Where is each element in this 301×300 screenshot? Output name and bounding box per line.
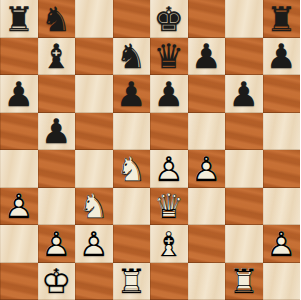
black-knight-icon[interactable]: ♞	[38, 0, 76, 38]
piece-fill-glyph: ♚	[150, 0, 188, 38]
square-d4[interactable]: ♞♘	[113, 150, 151, 188]
square-a5[interactable]	[0, 113, 38, 151]
square-g6[interactable]: ♟	[225, 75, 263, 113]
black-bishop-icon[interactable]: ♝	[38, 38, 76, 76]
square-e5[interactable]	[150, 113, 188, 151]
square-d7[interactable]: ♞	[113, 38, 151, 76]
square-a6[interactable]: ♟	[0, 75, 38, 113]
square-c8[interactable]	[75, 0, 113, 38]
square-g3[interactable]	[225, 188, 263, 226]
square-b4[interactable]	[38, 150, 76, 188]
piece-outline-glyph: ♗	[150, 225, 188, 263]
square-c6[interactable]	[75, 75, 113, 113]
black-pawn-icon[interactable]: ♟	[225, 75, 263, 113]
square-h8[interactable]: ♜	[263, 0, 301, 38]
square-e2[interactable]: ♝♗	[150, 225, 188, 263]
piece-fill-glyph: ♞	[113, 38, 151, 76]
chess-board: ♜♞♚♜♝♞♛♟♟♟♟♟♟♟♞♘♟♙♟♙♟♙♞♘♛♕♟♙♟♙♝♗♟♙♚♔♜♖♜♖	[0, 0, 300, 300]
square-g1[interactable]: ♜♖	[225, 263, 263, 300]
piece-fill-glyph: ♟	[225, 75, 263, 113]
square-f2[interactable]	[188, 225, 226, 263]
square-b2[interactable]: ♟♙	[38, 225, 76, 263]
square-c7[interactable]	[75, 38, 113, 76]
piece-outline-glyph: ♙	[75, 225, 113, 263]
piece-fill-glyph: ♛	[150, 38, 188, 76]
square-d1[interactable]: ♜♖	[113, 263, 151, 300]
square-d8[interactable]	[113, 0, 151, 38]
square-a3[interactable]: ♟♙	[0, 188, 38, 226]
square-c5[interactable]	[75, 113, 113, 151]
square-e6[interactable]: ♟	[150, 75, 188, 113]
white-pawn-icon[interactable]: ♟♙	[0, 188, 38, 226]
square-a1[interactable]	[0, 263, 38, 300]
piece-fill-glyph: ♟	[150, 75, 188, 113]
square-e8[interactable]: ♚	[150, 0, 188, 38]
white-king-icon[interactable]: ♚♔	[38, 263, 76, 300]
square-f7[interactable]: ♟	[188, 38, 226, 76]
square-h2[interactable]: ♟♙	[263, 225, 301, 263]
piece-fill-glyph: ♟	[188, 38, 226, 76]
square-h5[interactable]	[263, 113, 301, 151]
square-e1[interactable]	[150, 263, 188, 300]
piece-fill-glyph: ♟	[263, 38, 301, 76]
square-d6[interactable]: ♟	[113, 75, 151, 113]
square-b5[interactable]: ♟	[38, 113, 76, 151]
square-a4[interactable]	[0, 150, 38, 188]
square-g8[interactable]	[225, 0, 263, 38]
black-pawn-icon[interactable]: ♟	[188, 38, 226, 76]
square-f8[interactable]	[188, 0, 226, 38]
piece-outline-glyph: ♙	[38, 225, 76, 263]
piece-outline-glyph: ♙	[150, 150, 188, 188]
piece-outline-glyph: ♕	[150, 188, 188, 226]
piece-outline-glyph: ♙	[263, 225, 301, 263]
black-king-icon[interactable]: ♚	[150, 0, 188, 38]
piece-fill-glyph: ♟	[0, 75, 38, 113]
piece-fill-glyph: ♜	[0, 0, 38, 38]
square-d3[interactable]	[113, 188, 151, 226]
square-h1[interactable]	[263, 263, 301, 300]
square-g5[interactable]	[225, 113, 263, 151]
white-knight-icon[interactable]: ♞♘	[113, 150, 151, 188]
square-c1[interactable]	[75, 263, 113, 300]
square-a2[interactable]	[0, 225, 38, 263]
black-pawn-icon[interactable]: ♟	[113, 75, 151, 113]
white-pawn-icon[interactable]: ♟♙	[38, 225, 76, 263]
black-pawn-icon[interactable]: ♟	[38, 113, 76, 151]
square-b8[interactable]: ♞	[38, 0, 76, 38]
piece-outline-glyph: ♔	[38, 263, 76, 300]
white-bishop-icon[interactable]: ♝♗	[150, 225, 188, 263]
square-h4[interactable]	[263, 150, 301, 188]
square-f5[interactable]	[188, 113, 226, 151]
square-b7[interactable]: ♝	[38, 38, 76, 76]
white-queen-icon[interactable]: ♛♕	[150, 188, 188, 226]
black-rook-icon[interactable]: ♜	[263, 0, 301, 38]
square-h6[interactable]	[263, 75, 301, 113]
black-queen-icon[interactable]: ♛	[150, 38, 188, 76]
piece-fill-glyph: ♝	[38, 38, 76, 76]
square-f6[interactable]	[188, 75, 226, 113]
square-e7[interactable]: ♛	[150, 38, 188, 76]
piece-outline-glyph: ♙	[188, 150, 226, 188]
black-pawn-icon[interactable]: ♟	[150, 75, 188, 113]
white-pawn-icon[interactable]: ♟♙	[75, 225, 113, 263]
black-knight-icon[interactable]: ♞	[113, 38, 151, 76]
black-pawn-icon[interactable]: ♟	[263, 38, 301, 76]
square-d5[interactable]	[113, 113, 151, 151]
square-h3[interactable]	[263, 188, 301, 226]
square-c3[interactable]: ♞♘	[75, 188, 113, 226]
square-c4[interactable]	[75, 150, 113, 188]
piece-fill-glyph: ♟	[38, 113, 76, 151]
square-b1[interactable]: ♚♔	[38, 263, 76, 300]
square-f1[interactable]	[188, 263, 226, 300]
square-d2[interactable]	[113, 225, 151, 263]
black-pawn-icon[interactable]: ♟	[0, 75, 38, 113]
square-a8[interactable]: ♜	[0, 0, 38, 38]
square-b6[interactable]	[38, 75, 76, 113]
piece-outline-glyph: ♘	[113, 150, 151, 188]
square-h7[interactable]: ♟	[263, 38, 301, 76]
piece-outline-glyph: ♘	[75, 188, 113, 226]
black-rook-icon[interactable]: ♜	[0, 0, 38, 38]
square-f3[interactable]	[188, 188, 226, 226]
square-c2[interactable]: ♟♙	[75, 225, 113, 263]
square-g4[interactable]	[225, 150, 263, 188]
white-knight-icon[interactable]: ♞♘	[75, 188, 113, 226]
square-e3[interactable]: ♛♕	[150, 188, 188, 226]
square-b3[interactable]	[38, 188, 76, 226]
piece-outline-glyph: ♖	[113, 263, 151, 300]
piece-fill-glyph: ♜	[263, 0, 301, 38]
piece-fill-glyph: ♟	[113, 75, 151, 113]
piece-outline-glyph: ♙	[0, 188, 38, 226]
square-a7[interactable]	[0, 38, 38, 76]
white-pawn-icon[interactable]: ♟♙	[150, 150, 188, 188]
white-rook-icon[interactable]: ♜♖	[225, 263, 263, 300]
white-pawn-icon[interactable]: ♟♙	[263, 225, 301, 263]
square-g7[interactable]	[225, 38, 263, 76]
piece-outline-glyph: ♖	[225, 263, 263, 300]
square-e4[interactable]: ♟♙	[150, 150, 188, 188]
white-pawn-icon[interactable]: ♟♙	[188, 150, 226, 188]
square-f4[interactable]: ♟♙	[188, 150, 226, 188]
piece-fill-glyph: ♞	[38, 0, 76, 38]
white-rook-icon[interactable]: ♜♖	[113, 263, 151, 300]
square-g2[interactable]	[225, 225, 263, 263]
